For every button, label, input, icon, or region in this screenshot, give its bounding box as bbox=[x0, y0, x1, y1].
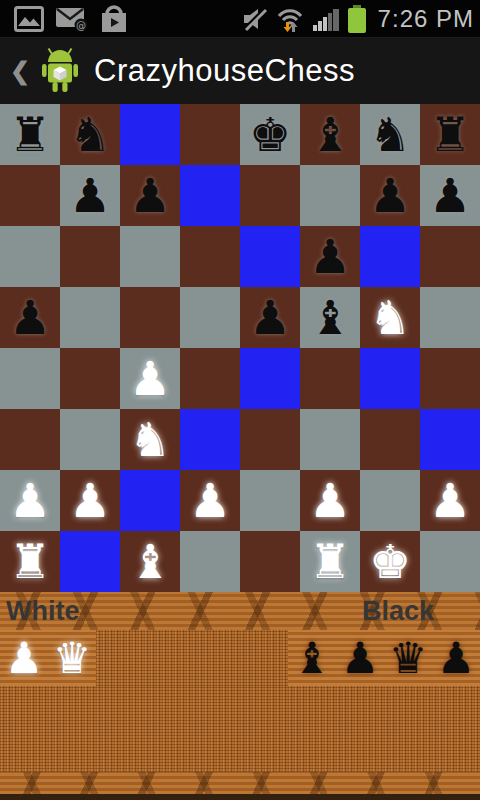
square-e1[interactable] bbox=[240, 531, 300, 592]
white-pawn: ♟ bbox=[429, 477, 471, 524]
back-button[interactable]: ❮ bbox=[10, 57, 30, 85]
email-icon: @ bbox=[56, 6, 88, 32]
square-h2[interactable]: ♟ bbox=[420, 470, 480, 531]
black-bishop: ♝ bbox=[309, 294, 351, 341]
square-d8[interactable] bbox=[180, 104, 240, 165]
square-h8[interactable]: ♜ bbox=[420, 104, 480, 165]
square-b6[interactable] bbox=[60, 226, 120, 287]
wood-strip bbox=[0, 772, 480, 794]
square-h4[interactable] bbox=[420, 348, 480, 409]
pocket-panel: White Black ♟♛ ♝♟♛♟ bbox=[0, 592, 480, 800]
black-pawn: ♟ bbox=[309, 233, 351, 280]
app-title: CrazyhouseChess bbox=[94, 53, 355, 89]
square-b1[interactable] bbox=[60, 531, 120, 592]
white-pawn: ♟ bbox=[189, 477, 231, 524]
wifi-traffic-icon bbox=[275, 5, 305, 32]
black-king: ♚ bbox=[249, 111, 291, 158]
square-a7[interactable] bbox=[0, 165, 60, 226]
white-tray-label: White bbox=[0, 596, 80, 627]
square-b7[interactable]: ♟ bbox=[60, 165, 120, 226]
square-e2[interactable] bbox=[240, 470, 300, 531]
square-d3[interactable] bbox=[180, 409, 240, 470]
white-rook: ♜ bbox=[9, 538, 51, 585]
mute-icon bbox=[242, 6, 268, 32]
white-pocket-queen[interactable]: ♛ bbox=[48, 630, 96, 686]
square-g2[interactable] bbox=[360, 470, 420, 531]
gallery-icon bbox=[14, 6, 44, 32]
square-g3[interactable] bbox=[360, 409, 420, 470]
white-pawn: ♟ bbox=[9, 477, 51, 524]
square-h7[interactable]: ♟ bbox=[420, 165, 480, 226]
square-f4[interactable] bbox=[300, 348, 360, 409]
square-a5[interactable]: ♟ bbox=[0, 287, 60, 348]
android-robot-icon bbox=[38, 47, 82, 95]
square-a4[interactable] bbox=[0, 348, 60, 409]
status-bar: @ bbox=[0, 0, 480, 38]
white-bishop: ♝ bbox=[129, 538, 171, 585]
square-c5[interactable] bbox=[120, 287, 180, 348]
black-bishop-glyph: ♝ bbox=[293, 637, 332, 680]
panel-background bbox=[0, 686, 480, 772]
tray-labels: White Black bbox=[0, 592, 480, 630]
square-g5[interactable]: ♞ bbox=[360, 287, 420, 348]
bottom-edge bbox=[0, 794, 480, 800]
white-pawn-glyph: ♟ bbox=[5, 637, 44, 680]
square-b5[interactable] bbox=[60, 287, 120, 348]
black-pawn: ♟ bbox=[9, 294, 51, 341]
square-h3[interactable] bbox=[420, 409, 480, 470]
phone-screen: @ bbox=[0, 0, 480, 800]
square-h1[interactable] bbox=[420, 531, 480, 592]
square-c6[interactable] bbox=[120, 226, 180, 287]
square-a3[interactable] bbox=[0, 409, 60, 470]
square-c8[interactable] bbox=[120, 104, 180, 165]
square-g7[interactable]: ♟ bbox=[360, 165, 420, 226]
square-c3[interactable]: ♞ bbox=[120, 409, 180, 470]
square-f8[interactable]: ♝ bbox=[300, 104, 360, 165]
square-e7[interactable] bbox=[240, 165, 300, 226]
square-c4[interactable]: ♟ bbox=[120, 348, 180, 409]
white-king: ♚ bbox=[369, 538, 411, 585]
play-store-icon bbox=[100, 4, 128, 34]
square-d2[interactable]: ♟ bbox=[180, 470, 240, 531]
black-rook: ♜ bbox=[9, 111, 51, 158]
black-rook: ♜ bbox=[429, 111, 471, 158]
black-pocket-queen[interactable]: ♛ bbox=[384, 630, 432, 686]
square-b8[interactable]: ♞ bbox=[60, 104, 120, 165]
square-e5[interactable]: ♟ bbox=[240, 287, 300, 348]
black-bishop: ♝ bbox=[309, 111, 351, 158]
white-knight: ♞ bbox=[369, 294, 411, 341]
square-f7[interactable] bbox=[300, 165, 360, 226]
square-c7[interactable]: ♟ bbox=[120, 165, 180, 226]
pocket-row: ♟♛ ♝♟♛♟ bbox=[0, 630, 480, 686]
square-d6[interactable] bbox=[180, 226, 240, 287]
square-d1[interactable] bbox=[180, 531, 240, 592]
system-icons: 7:26 PM bbox=[242, 5, 474, 33]
white-pocket-pawn[interactable]: ♟ bbox=[0, 630, 48, 686]
black-pawn: ♟ bbox=[129, 172, 171, 219]
white-knight: ♞ bbox=[129, 416, 171, 463]
square-g1[interactable]: ♚ bbox=[360, 531, 420, 592]
square-d7[interactable] bbox=[180, 165, 240, 226]
black-tray-label: Black bbox=[362, 596, 480, 627]
square-e3[interactable] bbox=[240, 409, 300, 470]
black-pawn-glyph: ♟ bbox=[341, 637, 380, 680]
white-queen-glyph: ♛ bbox=[53, 637, 92, 680]
square-c1[interactable]: ♝ bbox=[120, 531, 180, 592]
white-pocket-tray: ♟♛ bbox=[0, 630, 96, 686]
square-a2[interactable]: ♟ bbox=[0, 470, 60, 531]
signal-strength-icon bbox=[312, 6, 340, 32]
square-f3[interactable] bbox=[300, 409, 360, 470]
black-pawn: ♟ bbox=[369, 172, 411, 219]
square-f2[interactable]: ♟ bbox=[300, 470, 360, 531]
chess-board: ♜♞♚♝♞♜♟♟♟♟♟♟♟♝♞♟♞♟♟♟♟♟♜♝♜♚ bbox=[0, 104, 480, 592]
svg-text:@: @ bbox=[76, 19, 86, 30]
black-pocket-tray: ♝♟♛♟ bbox=[288, 630, 480, 686]
square-e6[interactable] bbox=[240, 226, 300, 287]
pocket-spacer bbox=[96, 630, 288, 686]
square-a6[interactable] bbox=[0, 226, 60, 287]
black-pocket-pawn[interactable]: ♟ bbox=[432, 630, 480, 686]
title-bar: ❮ CrazyhouseChess bbox=[0, 38, 480, 104]
black-knight: ♞ bbox=[69, 111, 111, 158]
white-pawn: ♟ bbox=[69, 477, 111, 524]
square-f5[interactable]: ♝ bbox=[300, 287, 360, 348]
black-pawn: ♟ bbox=[69, 172, 111, 219]
black-knight: ♞ bbox=[369, 111, 411, 158]
notification-icons: @ bbox=[14, 4, 128, 34]
square-d5[interactable] bbox=[180, 287, 240, 348]
black-pawn-glyph: ♟ bbox=[437, 637, 476, 680]
square-h5[interactable] bbox=[420, 287, 480, 348]
square-f1[interactable]: ♜ bbox=[300, 531, 360, 592]
black-pawn: ♟ bbox=[429, 172, 471, 219]
battery-icon bbox=[347, 5, 367, 33]
square-e8[interactable]: ♚ bbox=[240, 104, 300, 165]
square-b3[interactable] bbox=[60, 409, 120, 470]
black-pawn: ♟ bbox=[249, 294, 291, 341]
black-queen-glyph: ♛ bbox=[389, 637, 428, 680]
square-c2[interactable] bbox=[120, 470, 180, 531]
square-g8[interactable]: ♞ bbox=[360, 104, 420, 165]
square-a8[interactable]: ♜ bbox=[0, 104, 60, 165]
square-d4[interactable] bbox=[180, 348, 240, 409]
white-rook: ♜ bbox=[309, 538, 351, 585]
square-f6[interactable]: ♟ bbox=[300, 226, 360, 287]
square-b2[interactable]: ♟ bbox=[60, 470, 120, 531]
clock: 7:26 PM bbox=[374, 5, 474, 33]
white-pawn: ♟ bbox=[129, 355, 171, 402]
square-b4[interactable] bbox=[60, 348, 120, 409]
square-g6[interactable] bbox=[360, 226, 420, 287]
black-pocket-bishop[interactable]: ♝ bbox=[288, 630, 336, 686]
square-g4[interactable] bbox=[360, 348, 420, 409]
square-h6[interactable] bbox=[420, 226, 480, 287]
black-pocket-pawn[interactable]: ♟ bbox=[336, 630, 384, 686]
square-e4[interactable] bbox=[240, 348, 300, 409]
white-pawn: ♟ bbox=[309, 477, 351, 524]
square-a1[interactable]: ♜ bbox=[0, 531, 60, 592]
